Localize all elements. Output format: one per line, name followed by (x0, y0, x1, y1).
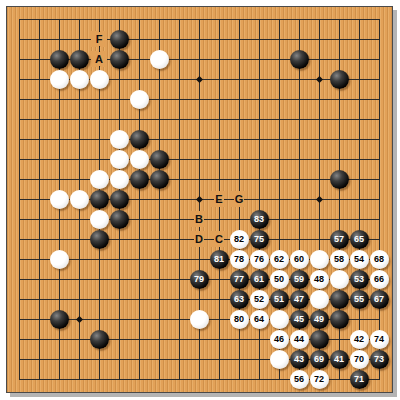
stone-black (330, 310, 349, 329)
stone-black (130, 170, 149, 189)
stone-black (150, 170, 169, 189)
stone-black (70, 50, 89, 69)
stone-white (50, 190, 69, 209)
stone-black (310, 330, 329, 349)
point-label-e: E (211, 191, 227, 207)
stone-black (90, 190, 109, 209)
stone-black-move-75: 75 (250, 230, 269, 249)
stone-black-move-73: 73 (370, 350, 389, 369)
stone-black-move-43: 43 (290, 350, 309, 369)
stone-black-move-77: 77 (230, 270, 249, 289)
stone-white-move-56: 56 (290, 370, 309, 389)
stone-black (110, 30, 129, 49)
stone-black-move-49: 49 (310, 310, 329, 329)
stone-white-move-78: 78 (230, 250, 249, 269)
stone-white (90, 210, 109, 229)
stone-black (50, 310, 69, 329)
label-letter: B (194, 212, 204, 226)
stone-black-move-71: 71 (350, 370, 369, 389)
stone-white (90, 70, 109, 89)
stone-white-move-76: 76 (250, 250, 269, 269)
stone-white-move-74: 74 (370, 330, 389, 349)
stone-black-move-65: 65 (350, 230, 369, 249)
stone-white-move-62: 62 (270, 250, 289, 269)
star-point (196, 196, 203, 203)
stone-white (270, 350, 289, 369)
stone-white-move-70: 70 (350, 350, 369, 369)
stone-white (190, 310, 209, 329)
stone-white-move-50: 50 (270, 270, 289, 289)
label-letter: A (94, 52, 104, 66)
stone-black (110, 50, 129, 69)
stone-black-move-69: 69 (310, 350, 329, 369)
stone-black-move-47: 47 (290, 290, 309, 309)
stone-white-move-44: 44 (290, 330, 309, 349)
star-point (316, 196, 323, 203)
label-letter: G (234, 192, 245, 206)
stone-white (110, 150, 129, 169)
stone-black (330, 290, 349, 309)
star-point (316, 76, 323, 83)
stone-white (330, 270, 349, 289)
stone-white (70, 70, 89, 89)
stone-black-move-81: 81 (210, 250, 229, 269)
stone-white (110, 130, 129, 149)
board-frame: FAEGBDC838275576581787662605854687977615… (6, 6, 393, 393)
stone-black-move-63: 63 (230, 290, 249, 309)
stone-white-move-80: 80 (230, 310, 249, 329)
stone-black-move-67: 67 (370, 290, 389, 309)
stone-white (110, 170, 129, 189)
stone-black-move-83: 83 (250, 210, 269, 229)
stone-black (290, 50, 309, 69)
stone-black-move-51: 51 (270, 290, 289, 309)
stone-black-move-41: 41 (330, 350, 349, 369)
label-letter: C (214, 232, 224, 246)
stone-black (150, 150, 169, 169)
stone-black (110, 190, 129, 209)
point-label-d: D (191, 231, 207, 247)
stone-black-move-61: 61 (250, 270, 269, 289)
star-point (196, 76, 203, 83)
star-point (76, 316, 83, 323)
stone-white (70, 190, 89, 209)
go-board: FAEGBDC838275576581787662605854687977615… (7, 7, 392, 392)
point-label-g: G (231, 191, 247, 207)
label-letter: F (95, 32, 104, 46)
point-label-f: F (91, 31, 107, 47)
stone-white (310, 250, 329, 269)
stone-white (130, 150, 149, 169)
stone-black (330, 70, 349, 89)
stone-white-move-46: 46 (270, 330, 289, 349)
stone-black-move-59: 59 (290, 270, 309, 289)
point-label-b: B (191, 211, 207, 227)
stone-white (50, 70, 69, 89)
stone-black (90, 230, 109, 249)
point-label-a: A (91, 51, 107, 67)
stone-white (270, 310, 289, 329)
stone-black-move-45: 45 (290, 310, 309, 329)
stone-white-move-68: 68 (370, 250, 389, 269)
stone-white (90, 170, 109, 189)
stone-black (90, 330, 109, 349)
stone-white (150, 50, 169, 69)
stone-black (330, 170, 349, 189)
stone-black (50, 50, 69, 69)
point-label-c: C (211, 231, 227, 247)
stone-white-move-66: 66 (370, 270, 389, 289)
stone-white-move-58: 58 (330, 250, 349, 269)
stone-black-move-79: 79 (190, 270, 209, 289)
stone-white-move-82: 82 (230, 230, 249, 249)
label-letter: D (194, 232, 204, 246)
stone-white-move-64: 64 (250, 310, 269, 329)
stone-black (110, 210, 129, 229)
go-diagram-page: { "game": "go", "diagram": { "descriptio… (0, 0, 400, 400)
stone-white-move-48: 48 (310, 270, 329, 289)
label-letter: E (214, 192, 223, 206)
stone-black-move-53: 53 (350, 270, 369, 289)
stone-white-move-54: 54 (350, 250, 369, 269)
grid-line-vertical (359, 19, 360, 380)
stone-white-move-60: 60 (290, 250, 309, 269)
stone-white (50, 250, 69, 269)
stone-white-move-52: 52 (250, 290, 269, 309)
grid-line-vertical (379, 19, 380, 380)
stone-black (130, 130, 149, 149)
stone-white-move-42: 42 (350, 330, 369, 349)
stone-black-move-55: 55 (350, 290, 369, 309)
stone-white (310, 290, 329, 309)
stone-white (130, 90, 149, 109)
stone-black-move-57: 57 (330, 230, 349, 249)
stone-white-move-72: 72 (310, 370, 329, 389)
